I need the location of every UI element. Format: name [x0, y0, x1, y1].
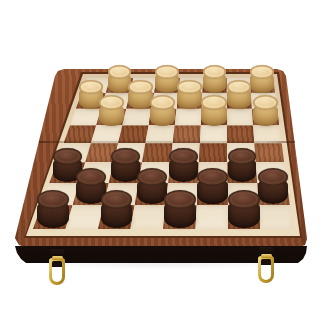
checker-top — [76, 168, 106, 186]
checker-dark-r7c8[interactable] — [258, 168, 288, 204]
checker-light-r1c8[interactable] — [250, 65, 274, 93]
checker-light-r2c7[interactable] — [227, 80, 251, 109]
checker-dark-r8c7[interactable] — [228, 190, 260, 228]
checker-top — [228, 190, 260, 209]
checker-light-r3c4[interactable] — [150, 95, 175, 126]
checker-top — [111, 148, 140, 165]
checker-light-r3c2[interactable] — [99, 95, 124, 126]
square-r5c4[interactable] — [142, 143, 173, 162]
square-r8c6[interactable] — [195, 205, 228, 229]
square-r4c8[interactable] — [253, 125, 282, 143]
checker-light-r3c8[interactable] — [253, 95, 278, 126]
checker-dark-r7c6[interactable] — [197, 168, 227, 204]
square-r4c3[interactable] — [118, 125, 148, 143]
checker-dark-r7c4[interactable] — [137, 168, 167, 204]
clasp-pin — [52, 256, 63, 260]
checker-top — [53, 148, 82, 165]
checker-top — [37, 190, 69, 209]
square-r4c4[interactable] — [145, 125, 174, 143]
checker-light-r2c5[interactable] — [177, 80, 201, 109]
clasp-pin — [261, 254, 272, 258]
square-r3c7[interactable] — [227, 109, 253, 126]
square-r4c7[interactable] — [227, 125, 254, 143]
square-r5c6[interactable] — [199, 143, 227, 162]
checker-top — [164, 190, 196, 209]
square-r4c5[interactable] — [173, 125, 201, 143]
checker-dark-r6c5[interactable] — [169, 148, 198, 183]
checker-dark-r6c7[interactable] — [228, 148, 257, 183]
checker-light-r1c6[interactable] — [203, 65, 227, 93]
square-r3c5[interactable] — [175, 109, 202, 126]
square-r8c4[interactable] — [130, 205, 165, 229]
square-r5c8[interactable] — [254, 143, 284, 162]
square-r4c2[interactable] — [91, 125, 122, 143]
square-r3c3[interactable] — [122, 109, 151, 126]
checker-top — [169, 148, 198, 165]
checker-light-r1c4[interactable] — [155, 65, 179, 93]
square-r4c6[interactable] — [200, 125, 227, 143]
checker-top — [101, 190, 133, 209]
checker-dark-r8c3[interactable] — [101, 190, 133, 228]
checker-top — [201, 95, 226, 110]
square-r8c8[interactable] — [259, 205, 293, 229]
clasp-loop-hole — [261, 259, 271, 280]
checker-top — [128, 80, 152, 95]
checker-top — [197, 168, 227, 186]
checker-top — [137, 168, 167, 186]
clasp-loop-hole — [52, 261, 62, 282]
checker-dark-r8c5[interactable] — [164, 190, 196, 228]
checker-dark-r8c1[interactable] — [37, 190, 69, 228]
product-photo — [0, 0, 320, 320]
checker-light-r2c3[interactable] — [128, 80, 152, 109]
checker-light-r3c6[interactable] — [201, 95, 226, 126]
